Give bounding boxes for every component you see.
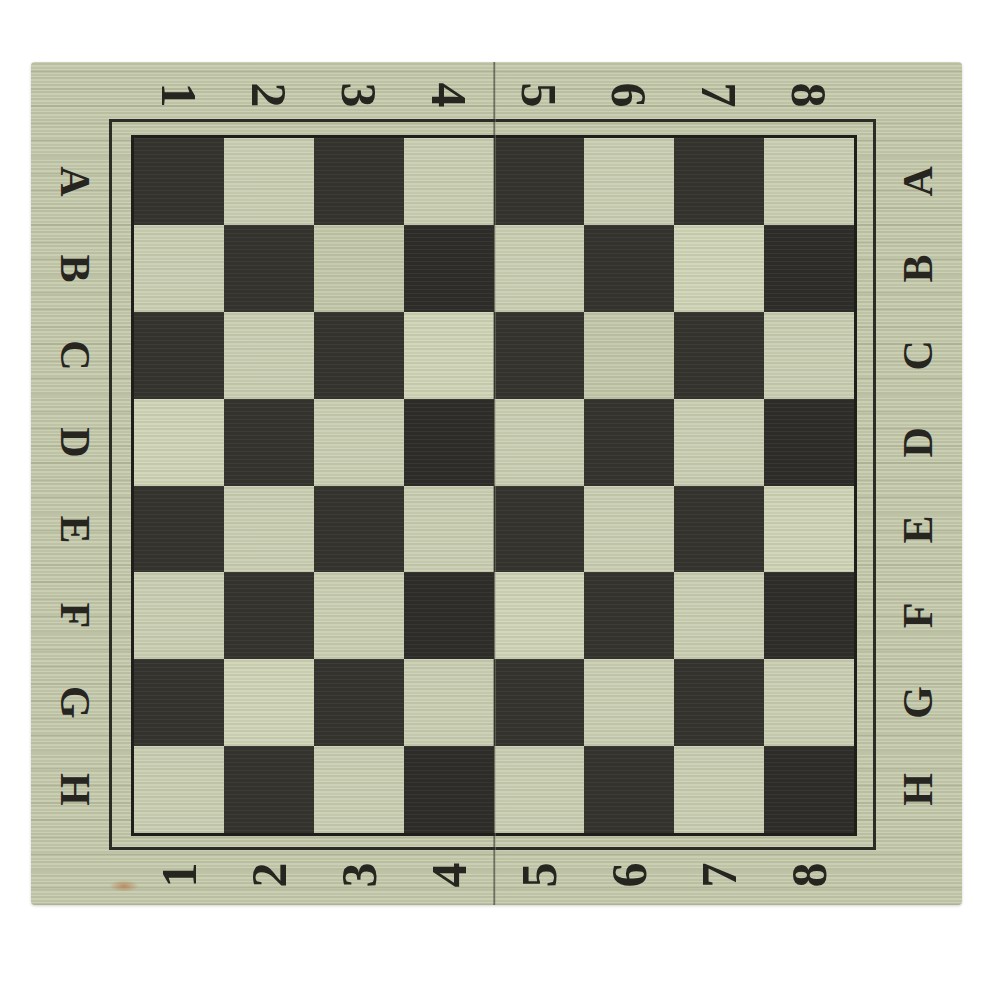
square-A7[interactable] <box>674 138 764 225</box>
square-F3[interactable] <box>314 572 404 659</box>
left-label-G: G <box>32 678 119 728</box>
square-B3[interactable] <box>314 225 404 312</box>
right-label-A: A <box>875 156 962 206</box>
square-B5[interactable] <box>494 225 584 312</box>
square-B2[interactable] <box>224 225 314 312</box>
bottom-label-8: 8 <box>784 830 834 920</box>
square-C6[interactable] <box>584 312 674 399</box>
square-D4[interactable] <box>404 399 494 486</box>
square-G3[interactable] <box>314 659 404 746</box>
square-E1[interactable] <box>134 486 224 573</box>
square-A5[interactable] <box>494 138 584 225</box>
fold-seam <box>493 62 496 905</box>
top-label-3: 3 <box>334 50 384 140</box>
square-F2[interactable] <box>224 572 314 659</box>
square-F5[interactable] <box>494 572 584 659</box>
top-label-7: 7 <box>694 50 744 140</box>
square-E5[interactable] <box>494 486 584 573</box>
square-B8[interactable] <box>764 225 854 312</box>
square-F7[interactable] <box>674 572 764 659</box>
bottom-label-1: 1 <box>154 830 204 920</box>
square-C2[interactable] <box>224 312 314 399</box>
square-D3[interactable] <box>314 399 404 486</box>
square-D5[interactable] <box>494 399 584 486</box>
right-label-D: D <box>875 417 962 467</box>
square-H7[interactable] <box>674 746 764 833</box>
square-F6[interactable] <box>584 572 674 659</box>
top-label-1: 1 <box>154 50 204 140</box>
left-label-F: F <box>32 591 119 641</box>
square-E2[interactable] <box>224 486 314 573</box>
square-C5[interactable] <box>494 312 584 399</box>
square-F8[interactable] <box>764 572 854 659</box>
square-A1[interactable] <box>134 138 224 225</box>
left-label-E: E <box>32 504 119 554</box>
bottom-label-5: 5 <box>514 830 564 920</box>
rank-labels-left: ABCDEFGH <box>50 138 100 833</box>
square-A3[interactable] <box>314 138 404 225</box>
square-B6[interactable] <box>584 225 674 312</box>
square-F1[interactable] <box>134 572 224 659</box>
square-C8[interactable] <box>764 312 854 399</box>
right-label-C: C <box>875 330 962 380</box>
square-C4[interactable] <box>404 312 494 399</box>
square-H6[interactable] <box>584 746 674 833</box>
top-label-2: 2 <box>244 50 294 140</box>
square-H2[interactable] <box>224 746 314 833</box>
square-D1[interactable] <box>134 399 224 486</box>
square-A8[interactable] <box>764 138 854 225</box>
square-E4[interactable] <box>404 486 494 573</box>
left-label-C: C <box>32 330 119 380</box>
scuff-mark <box>109 880 139 892</box>
left-label-D: D <box>32 417 119 467</box>
square-D7[interactable] <box>674 399 764 486</box>
square-E7[interactable] <box>674 486 764 573</box>
bottom-label-6: 6 <box>604 830 654 920</box>
chess-board: 12345678 12345678 ABCDEFGH ABCDEFGH <box>31 62 962 905</box>
square-F4[interactable] <box>404 572 494 659</box>
square-H5[interactable] <box>494 746 584 833</box>
square-H3[interactable] <box>314 746 404 833</box>
right-label-F: F <box>875 591 962 641</box>
bottom-label-4: 4 <box>424 830 474 920</box>
rank-labels-right: ABCDEFGH <box>893 138 943 833</box>
square-G6[interactable] <box>584 659 674 746</box>
bottom-label-7: 7 <box>694 830 744 920</box>
square-G7[interactable] <box>674 659 764 746</box>
right-label-E: E <box>875 504 962 554</box>
square-D8[interactable] <box>764 399 854 486</box>
right-label-H: H <box>875 765 962 815</box>
bottom-label-3: 3 <box>334 830 384 920</box>
square-B1[interactable] <box>134 225 224 312</box>
square-E8[interactable] <box>764 486 854 573</box>
square-A6[interactable] <box>584 138 674 225</box>
square-A2[interactable] <box>224 138 314 225</box>
square-B4[interactable] <box>404 225 494 312</box>
square-D2[interactable] <box>224 399 314 486</box>
product-photo: 12345678 12345678 ABCDEFGH ABCDEFGH <box>0 0 1000 1000</box>
top-label-8: 8 <box>784 50 834 140</box>
left-label-A: A <box>32 156 119 206</box>
top-label-5: 5 <box>514 50 564 140</box>
left-label-H: H <box>32 765 119 815</box>
square-E3[interactable] <box>314 486 404 573</box>
square-G4[interactable] <box>404 659 494 746</box>
left-label-B: B <box>32 243 119 293</box>
top-label-6: 6 <box>604 50 654 140</box>
top-label-4: 4 <box>424 50 474 140</box>
square-G1[interactable] <box>134 659 224 746</box>
square-G8[interactable] <box>764 659 854 746</box>
square-C1[interactable] <box>134 312 224 399</box>
square-H1[interactable] <box>134 746 224 833</box>
right-label-G: G <box>875 678 962 728</box>
square-G5[interactable] <box>494 659 584 746</box>
square-B7[interactable] <box>674 225 764 312</box>
right-label-B: B <box>875 243 962 293</box>
square-C7[interactable] <box>674 312 764 399</box>
square-G2[interactable] <box>224 659 314 746</box>
square-H4[interactable] <box>404 746 494 833</box>
square-E6[interactable] <box>584 486 674 573</box>
square-D6[interactable] <box>584 399 674 486</box>
square-A4[interactable] <box>404 138 494 225</box>
square-H8[interactable] <box>764 746 854 833</box>
bottom-label-2: 2 <box>244 830 294 920</box>
square-C3[interactable] <box>314 312 404 399</box>
